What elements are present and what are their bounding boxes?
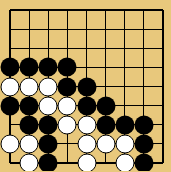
white-stone[interactable] [39, 96, 58, 115]
black-stone[interactable] [134, 134, 153, 153]
black-stone[interactable] [20, 58, 39, 77]
white-stone[interactable] [20, 77, 39, 96]
black-stone[interactable] [39, 58, 58, 77]
white-stone[interactable] [58, 115, 77, 134]
white-stone[interactable] [1, 134, 20, 153]
white-stone[interactable] [20, 154, 39, 172]
black-stone[interactable] [77, 77, 96, 96]
white-stone[interactable] [115, 154, 134, 172]
white-stone[interactable] [115, 134, 134, 153]
black-stone[interactable] [1, 58, 20, 77]
black-stone[interactable] [96, 96, 115, 115]
white-stone[interactable] [58, 96, 77, 115]
black-stone[interactable] [134, 154, 153, 172]
black-stone[interactable] [96, 115, 115, 134]
black-stone[interactable] [20, 115, 39, 134]
white-stone[interactable] [96, 134, 115, 153]
black-stone[interactable] [115, 115, 134, 134]
black-stone[interactable] [20, 96, 39, 115]
white-stone[interactable] [77, 154, 96, 172]
black-stone[interactable] [58, 77, 77, 96]
black-stone[interactable] [134, 115, 153, 134]
black-stone[interactable] [39, 134, 58, 153]
black-stone[interactable] [39, 154, 58, 172]
white-stone[interactable] [77, 115, 96, 134]
white-stone[interactable] [77, 134, 96, 153]
black-stone[interactable] [77, 96, 96, 115]
white-stone[interactable] [39, 77, 58, 96]
white-stone[interactable] [1, 77, 20, 96]
black-stone[interactable] [39, 115, 58, 134]
black-stone[interactable] [58, 58, 77, 77]
black-stone[interactable] [1, 96, 20, 115]
grid-line-vertical [162, 10, 164, 163]
white-stone[interactable] [20, 134, 39, 153]
go-board[interactable] [10, 10, 163, 163]
